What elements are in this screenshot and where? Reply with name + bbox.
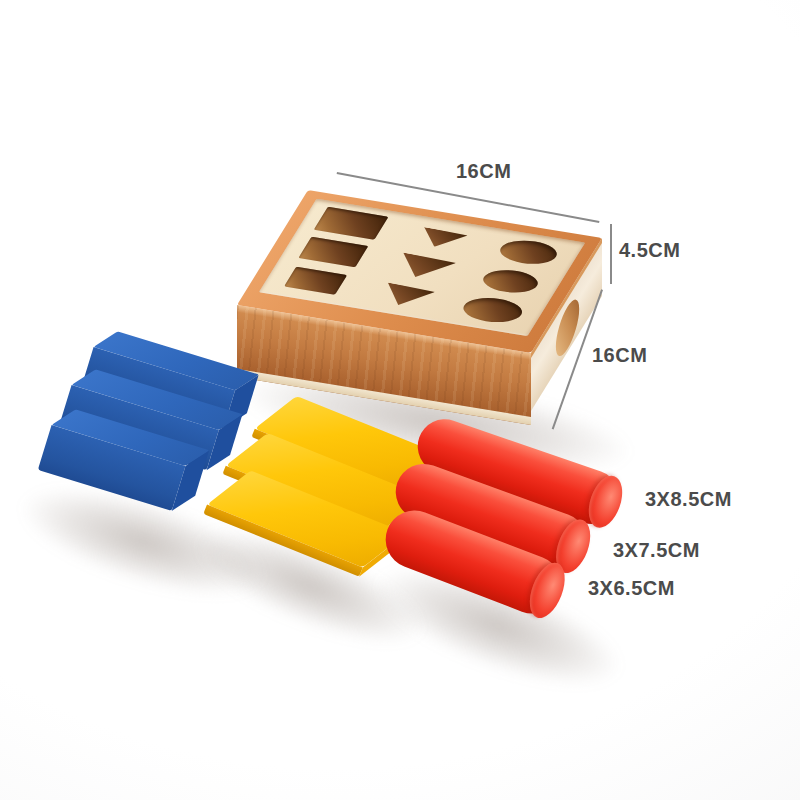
product-photo-scene: 16CM 4.5CM 16CM 3X8.5CM 3X7.5CM 3X6.5CM [0,0,800,800]
red-cylinder-end-cap [583,471,629,532]
box-top-panel [259,199,585,336]
hole-circle [478,267,544,296]
hole-square [314,207,389,240]
label-top-width: 16CM [456,160,511,183]
label-box-height: 4.5CM [619,239,680,262]
hole-triangle [413,227,468,251]
hole-triangle [375,282,436,309]
label-cylinders-6-5cm: 3X6.5CM [588,577,675,600]
dimension-line-box-height [610,224,612,284]
hole-circle [457,294,528,325]
hole-square [284,267,347,295]
hole-circle [494,237,562,267]
hole-triangle [390,252,458,281]
label-cylinders-8-5cm: 3X8.5CM [645,488,732,511]
label-cylinders-7-5cm: 3X7.5CM [613,539,700,562]
hole-square [298,237,368,268]
label-side-depth: 16CM [592,344,647,367]
